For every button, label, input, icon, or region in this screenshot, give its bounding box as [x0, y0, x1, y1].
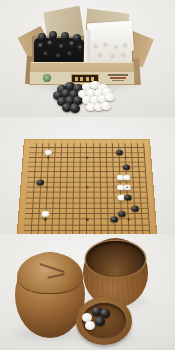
- black-stone: [61, 32, 69, 40]
- bowl-lid: [17, 253, 83, 294]
- black-stone: [70, 104, 80, 113]
- black-stone: [49, 31, 57, 39]
- plaque-mark: [75, 77, 78, 81]
- box-label-strip: [30, 71, 134, 84]
- go-board: [16, 139, 158, 234]
- wood-grain: [39, 263, 64, 272]
- open-bowl: [83, 238, 148, 308]
- black-stone: [73, 34, 81, 42]
- photo-go-board: [0, 117, 175, 234]
- closed-bowl: [15, 252, 85, 338]
- lid-dish: [76, 297, 132, 345]
- label-microtext: [112, 80, 124, 81]
- box-front: [29, 62, 135, 85]
- go-grid: [24, 143, 151, 234]
- photo-bowls: [0, 234, 175, 350]
- black-stone: [38, 33, 46, 41]
- wood-grain: [47, 273, 65, 278]
- bowl-opening: [86, 241, 146, 277]
- paper-divider: [84, 30, 91, 66]
- board-grid-area: [24, 143, 151, 234]
- go-set-product-photo: [0, 0, 175, 350]
- plaque-mark: [86, 77, 89, 81]
- green-seal-icon: [43, 74, 51, 82]
- black-stones-compartment: [34, 38, 86, 66]
- label-microtext: [108, 74, 128, 76]
- black-stone: [95, 317, 105, 326]
- plaque-mark: [80, 77, 83, 81]
- plaque-mark: [91, 77, 94, 81]
- white-stone: [85, 321, 95, 330]
- label-microtext: [110, 77, 126, 79]
- photo-stones-box: [0, 0, 175, 117]
- white-stone: [101, 102, 111, 111]
- white-stone: [105, 93, 115, 102]
